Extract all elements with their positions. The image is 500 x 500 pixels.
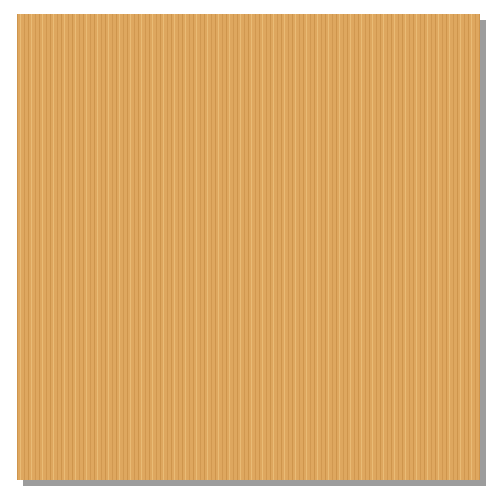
go-diagram: [0, 0, 500, 500]
go-board[interactable]: [17, 14, 480, 480]
board-grid[interactable]: [37, 34, 493, 490]
